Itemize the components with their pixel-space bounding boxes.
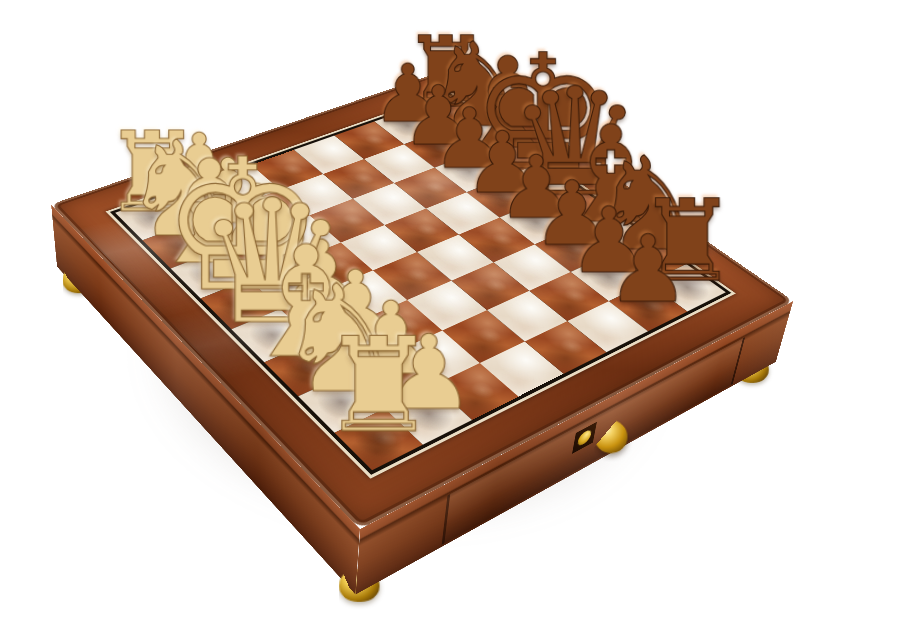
board-top: ♜♞♝♚♛♝♞♜♟♟♟♟♟♟♟♟♟♟♟♟♟♟♟♟♜♞♝♚♛♝♞♜ — [51, 67, 793, 529]
chess-box: ♜♞♝♚♛♝♞♜♟♟♟♟♟♟♟♟♟♟♟♟♟♟♟♟♜♞♝♚♛♝♞♜ — [51, 67, 793, 529]
drawer-knob[interactable] — [594, 420, 627, 453]
chess-piece-glyph: ♟ — [571, 227, 725, 312]
chess-piece-glyph: ♜ — [291, 325, 466, 445]
scene: ♜♞♝♚♛♝♞♜♟♟♟♟♟♟♟♟♟♟♟♟♟♟♟♟♜♞♝♚♛♝♞♜ — [0, 0, 900, 620]
scene-tilt: ♜♞♝♚♛♝♞♜♟♟♟♟♟♟♟♟♟♟♟♟♟♟♟♟♜♞♝♚♛♝♞♜ — [0, 0, 900, 620]
perspective-container: ♜♞♝♚♛♝♞♜♟♟♟♟♟♟♟♟♟♟♟♟♟♟♟♟♜♞♝♚♛♝♞♜ — [0, 0, 900, 620]
square-a1[interactable]: ♜ — [334, 408, 423, 470]
